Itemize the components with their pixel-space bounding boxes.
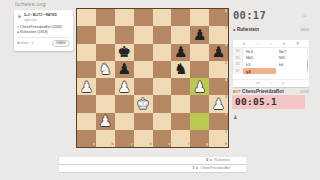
square-b5[interactable]: ♞ [96,61,115,78]
square-c3[interactable] [115,95,134,112]
rank-coordinate: 6 [225,44,227,48]
file-coordinate: e [168,143,170,147]
white-king-d3: ♚ [137,97,150,111]
black-player-rating: (1853) [37,30,47,34]
move-list: 34 Nc3 Ne7 35 Nb5 Nf5 36 h3 h6 37 g4 [233,48,309,74]
share-button[interactable]: SHARE [52,40,70,48]
file-coordinate: h [225,143,227,147]
analysis-label: Analysis [17,41,29,45]
square-e4[interactable] [153,78,172,95]
top-clock: 00:17 [233,9,266,21]
rank-coordinate: 3 [225,96,227,100]
card-divider [17,37,70,38]
square-f8[interactable] [171,9,190,26]
square-b4[interactable] [96,78,115,95]
square-d6[interactable] [134,44,153,61]
file-coordinate: c [131,143,133,147]
square-h1[interactable]: 1h [209,130,228,147]
square-a3[interactable] [77,95,96,112]
black-pawn-f6: ♟ [174,45,187,59]
square-h8[interactable]: 8 [209,9,228,26]
white-piece-icon: ○ [17,25,19,29]
white-pawn-b2: ♟ [99,114,112,128]
black-pawn-c5: ♟ [118,62,131,76]
move-white[interactable]: Nc3 [243,48,276,55]
square-a7[interactable] [77,26,96,43]
prev-move-icon[interactable]: ‹ [257,41,259,47]
move-list-panel: « ‹ › » ≡ 34 Nc3 Ne7 35 Nb5 Nf5 36 h3 h6… [233,40,309,87]
square-f4[interactable] [171,78,190,95]
square-h7[interactable]: 7 [209,26,228,43]
move-white-current[interactable]: g4 [243,68,276,75]
crosstable-score: 0 [206,158,208,162]
square-f2[interactable] [171,113,190,130]
online-dot-icon [210,159,212,161]
move-number: 37 [233,68,243,75]
square-c2[interactable] [115,113,134,130]
square-g5[interactable] [190,61,209,78]
move-list-scrollbar-thumb[interactable] [307,60,309,70]
square-a6[interactable] [77,44,96,61]
square-b2[interactable]: ♟ [96,113,115,130]
black-player-name: Ruhestein [20,30,36,34]
square-d5[interactable] [134,61,153,78]
square-e2[interactable] [153,113,172,130]
white-pawn-g4: ♟ [193,80,206,94]
move-number: 34 [233,48,243,55]
bottom-player-rating: 2058 [300,89,309,94]
analysis-board-icon[interactable]: ≡ [297,41,300,47]
move-white[interactable]: h3 [243,61,276,68]
lichess-logo[interactable]: lichess.org [15,1,46,7]
square-g8[interactable] [190,9,209,26]
square-h2[interactable]: 2 [209,113,228,130]
square-f1[interactable]: f [171,130,190,147]
top-player-bar[interactable]: ● Ruhestein 1853 [233,27,309,32]
game-info-card: ⚡ 5+3 • BLITZ • RATED right now ○ ChessP… [14,10,73,51]
crosstable-player-name: Ruhestein [214,158,230,162]
square-b3[interactable] [96,95,115,112]
rank-coordinate: 4 [225,79,227,83]
move-black[interactable] [276,68,309,75]
takeback-icon[interactable]: ↶ [256,80,260,87]
rank-coordinate: 1 [225,131,227,135]
square-g1[interactable]: g [190,130,209,147]
move-black[interactable]: Nf5 [276,55,309,62]
top-player-name: Ruhestein [237,27,259,32]
pencil-icon: ✎ [31,41,34,45]
square-c6[interactable]: ♚ [115,44,134,61]
square-e5[interactable] [153,61,172,78]
top-player-rating: 1853 [300,27,309,32]
square-g3[interactable] [190,95,209,112]
black-player-line[interactable]: ● Ruhestein (1853) [17,30,70,34]
square-e8[interactable] [153,9,172,26]
move-black[interactable]: h6 [276,61,309,68]
square-h4[interactable]: 4 [209,78,228,95]
square-b7[interactable] [96,26,115,43]
square-g6[interactable] [190,44,209,61]
square-c4[interactable]: ♟ [115,78,134,95]
square-c7[interactable] [115,26,134,43]
square-b1[interactable]: b [96,130,115,147]
move-black[interactable]: Ne7 [276,48,309,55]
square-f3[interactable] [171,95,190,112]
square-f6[interactable]: ♟ [171,44,190,61]
bottom-clock-low-time: 00:05.1 [232,95,305,109]
square-h6[interactable]: ♟6 [209,44,228,61]
bottom-player-bar[interactable]: BOT ChessPrievidzaBot 2058 [233,89,309,94]
square-d4[interactable] [134,78,153,95]
rank-coordinate: 8 [225,10,227,14]
crosstable-score: 1 [192,166,194,170]
spectators-icon: ♟ [233,114,237,120]
move-number: 36 [233,61,243,68]
white-player-line[interactable]: ○ ChessPrievidzaBot (2058) [17,25,70,29]
white-player-name: ChessPrievidzaBot [20,25,50,29]
crosstable-row[interactable]: 0 Ruhestein [59,157,246,164]
rank-coordinate: 2 [225,113,227,117]
time-control-label: 5+3 • BLITZ • RATED [24,13,57,17]
square-d7[interactable] [134,26,153,43]
file-coordinate: d [149,143,151,147]
square-c5[interactable]: ♟ [115,61,134,78]
square-h3[interactable]: ♟3 [209,95,228,112]
white-knight-b5: ♞ [99,62,112,76]
square-a2[interactable] [77,113,96,130]
black-knight-f5: ♞ [174,62,187,76]
thumbs-up-icon[interactable]: ☝ [269,80,272,87]
black-color-dot: ● [233,27,235,32]
white-pawn-c4: ♟ [118,80,131,94]
square-b6[interactable] [96,44,115,61]
square-e6[interactable] [153,44,172,61]
white-pawn-h3: ♟ [212,97,225,111]
online-dot-icon [196,167,198,169]
file-coordinate: a [93,143,95,147]
square-d3[interactable]: ♚ [134,95,153,112]
square-d2[interactable] [134,113,153,130]
square-g2[interactable] [190,113,209,130]
black-piece-icon: ● [17,30,19,34]
crosstable-player-name: ChessPrievidzaBot [200,166,230,170]
square-b8[interactable] [96,9,115,26]
square-e1[interactable]: e [153,130,172,147]
square-h5[interactable]: 5 [209,61,228,78]
square-c8[interactable] [115,9,134,26]
next-move-icon[interactable]: › [270,41,272,47]
square-a8[interactable] [77,9,96,26]
blitz-icon: ⚡ [17,13,22,20]
bottom-player-name: ChessPrievidzaBot [242,89,284,94]
black-pawn-g7: ♟ [193,28,206,42]
game-time-ago: right now [24,18,57,22]
square-a1[interactable]: a [77,130,96,147]
square-d8[interactable] [134,9,153,26]
square-f5[interactable]: ♞ [171,61,190,78]
bot-tag: BOT [233,90,241,94]
game-meta: ⚡ 5+3 • BLITZ • RATED right now [17,13,70,22]
black-king-c6: ♚ [118,45,131,59]
square-f7[interactable] [171,26,190,43]
last-move-icon[interactable]: » [283,41,286,47]
rank-coordinate: 5 [225,62,227,66]
white-player-rating: (2058) [51,25,61,29]
square-g7[interactable]: ♟ [190,26,209,43]
settings-icon[interactable]: □ [303,12,306,18]
flag-icon[interactable]: ⚐ [281,80,285,87]
rank-coordinate: 7 [225,27,227,31]
move-white[interactable]: Nb5 [243,55,276,62]
square-e3[interactable] [153,95,172,112]
white-pawn-a4: ♟ [80,80,93,94]
chess-board: 8♟7♚♟♟6♞♟♞5♟♟♟4♚♟3♟2abcdefg1h [76,8,229,148]
square-g4[interactable]: ♟ [190,78,209,95]
square-d1[interactable]: d [134,130,153,147]
square-a4[interactable]: ♟ [77,78,96,95]
crosstable-row[interactable]: 1 ChessPrievidzaBot [59,165,246,172]
square-e7[interactable] [153,26,172,43]
file-coordinate: b [112,143,114,147]
black-pawn-h6: ♟ [212,45,225,59]
file-coordinate: g [206,143,208,147]
move-number: 35 [233,55,243,62]
first-move-icon[interactable]: « [243,41,246,47]
square-c1[interactable]: c [115,130,134,147]
file-coordinate: f [188,143,189,147]
square-a5[interactable] [77,61,96,78]
